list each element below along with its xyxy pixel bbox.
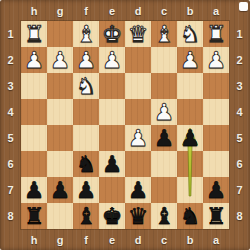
file-labels-top: hgfedcba bbox=[21, 0, 229, 21]
file-label-e: e bbox=[99, 229, 125, 250]
square-b7[interactable] bbox=[177, 177, 203, 203]
square-b4[interactable] bbox=[177, 99, 203, 125]
white-bishop-c1: ♝ bbox=[151, 21, 177, 47]
rank-label-8: 8 bbox=[0, 203, 21, 229]
white-pawn-a2: ♟ bbox=[203, 47, 229, 73]
file-label-g: g bbox=[47, 0, 73, 21]
rank-labels-left: 12345678 bbox=[0, 21, 21, 229]
square-e6[interactable]: ♟ bbox=[99, 151, 125, 177]
square-h1[interactable]: ♜ bbox=[21, 21, 47, 47]
file-labels-bottom: hgfedcba bbox=[21, 229, 229, 250]
square-a6[interactable] bbox=[203, 151, 229, 177]
square-f1[interactable]: ♝ bbox=[73, 21, 99, 47]
white-bishop-f1: ♝ bbox=[73, 21, 99, 47]
rank-label-2: 2 bbox=[229, 47, 250, 73]
square-d5[interactable]: ♟ bbox=[125, 125, 151, 151]
square-f7[interactable]: ♟ bbox=[73, 177, 99, 203]
white-king-e1: ♚ bbox=[99, 21, 125, 47]
square-b5[interactable]: ♟ bbox=[177, 125, 203, 151]
black-rook-h8: ♜ bbox=[21, 203, 47, 229]
white-knight-b1: ♞ bbox=[177, 21, 203, 47]
square-a5[interactable] bbox=[203, 125, 229, 151]
square-h2[interactable]: ♟ bbox=[21, 47, 47, 73]
square-g7[interactable]: ♟ bbox=[47, 177, 73, 203]
file-label-b: b bbox=[177, 0, 203, 21]
square-b1[interactable]: ♞ bbox=[177, 21, 203, 47]
square-e4[interactable] bbox=[99, 99, 125, 125]
square-g6[interactable] bbox=[47, 151, 73, 177]
black-knight-b8: ♞ bbox=[177, 203, 203, 229]
square-a7[interactable]: ♟ bbox=[203, 177, 229, 203]
square-a8[interactable]: ♜ bbox=[203, 203, 229, 229]
square-d3[interactable] bbox=[125, 73, 151, 99]
square-b6[interactable] bbox=[177, 151, 203, 177]
square-e7[interactable] bbox=[99, 177, 125, 203]
square-f3[interactable]: ♞ bbox=[73, 73, 99, 99]
square-d6[interactable] bbox=[125, 151, 151, 177]
square-g2[interactable]: ♟ bbox=[47, 47, 73, 73]
square-f6[interactable]: ♞ bbox=[73, 151, 99, 177]
rank-label-6: 6 bbox=[0, 151, 21, 177]
file-label-e: e bbox=[99, 0, 125, 21]
square-c2[interactable] bbox=[151, 47, 177, 73]
square-f5[interactable] bbox=[73, 125, 99, 151]
file-label-d: d bbox=[125, 229, 151, 250]
white-pawn-d5: ♟ bbox=[125, 125, 151, 151]
rank-label-1: 1 bbox=[229, 21, 250, 47]
square-b8[interactable]: ♞ bbox=[177, 203, 203, 229]
square-b2[interactable]: ♟ bbox=[177, 47, 203, 73]
square-d7[interactable]: ♟ bbox=[125, 177, 151, 203]
rank-label-6: 6 bbox=[229, 151, 250, 177]
square-c6[interactable] bbox=[151, 151, 177, 177]
square-c4[interactable]: ♟ bbox=[151, 99, 177, 125]
white-pawn-g2: ♟ bbox=[47, 47, 73, 73]
square-d1[interactable]: ♛ bbox=[125, 21, 151, 47]
file-label-a: a bbox=[203, 0, 229, 21]
square-g3[interactable] bbox=[47, 73, 73, 99]
black-knight-f6: ♞ bbox=[73, 151, 99, 177]
square-g1[interactable] bbox=[47, 21, 73, 47]
rank-label-3: 3 bbox=[229, 73, 250, 99]
square-f2[interactable]: ♟ bbox=[73, 47, 99, 73]
square-c7[interactable] bbox=[151, 177, 177, 203]
square-a2[interactable]: ♟ bbox=[203, 47, 229, 73]
square-h6[interactable] bbox=[21, 151, 47, 177]
black-bishop-f8: ♝ bbox=[73, 203, 99, 229]
square-e3[interactable] bbox=[99, 73, 125, 99]
rank-label-4: 4 bbox=[0, 99, 21, 125]
rank-label-7: 7 bbox=[0, 177, 21, 203]
file-label-f: f bbox=[73, 0, 99, 21]
chess-board: hgfedcba hgfedcba 12345678 12345678 ♜♝♚♛… bbox=[0, 0, 250, 250]
square-e8[interactable]: ♚ bbox=[99, 203, 125, 229]
black-pawn-c5: ♟ bbox=[151, 125, 177, 151]
square-h4[interactable] bbox=[21, 99, 47, 125]
white-queen-d1: ♛ bbox=[125, 21, 151, 47]
white-pawn-c4: ♟ bbox=[151, 99, 177, 125]
square-g4[interactable] bbox=[47, 99, 73, 125]
square-f4[interactable] bbox=[73, 99, 99, 125]
file-label-f: f bbox=[73, 229, 99, 250]
square-e2[interactable]: ♟ bbox=[99, 47, 125, 73]
white-pawn-e2: ♟ bbox=[99, 47, 125, 73]
square-f8[interactable]: ♝ bbox=[73, 203, 99, 229]
black-rook-a8: ♜ bbox=[203, 203, 229, 229]
side-to-move-icon bbox=[239, 2, 248, 11]
square-g5[interactable] bbox=[47, 125, 73, 151]
file-label-c: c bbox=[151, 229, 177, 250]
square-c8[interactable]: ♝ bbox=[151, 203, 177, 229]
rank-label-7: 7 bbox=[229, 177, 250, 203]
square-d2[interactable] bbox=[125, 47, 151, 73]
rank-labels-right: 12345678 bbox=[229, 21, 250, 229]
white-rook-a1: ♜ bbox=[203, 21, 229, 47]
white-knight-f3: ♞ bbox=[73, 73, 99, 99]
black-king-e8: ♚ bbox=[99, 203, 125, 229]
file-label-g: g bbox=[47, 229, 73, 250]
square-h5[interactable] bbox=[21, 125, 47, 151]
square-b3[interactable] bbox=[177, 73, 203, 99]
black-pawn-e6: ♟ bbox=[99, 151, 125, 177]
rank-label-2: 2 bbox=[0, 47, 21, 73]
black-pawn-g7: ♟ bbox=[47, 177, 73, 203]
rank-label-8: 8 bbox=[229, 203, 250, 229]
file-label-c: c bbox=[151, 0, 177, 21]
rank-label-4: 4 bbox=[229, 99, 250, 125]
square-a3[interactable] bbox=[203, 73, 229, 99]
rank-label-1: 1 bbox=[0, 21, 21, 47]
square-e5[interactable] bbox=[99, 125, 125, 151]
white-pawn-h2: ♟ bbox=[21, 47, 47, 73]
white-rook-h1: ♜ bbox=[21, 21, 47, 47]
square-g8[interactable] bbox=[47, 203, 73, 229]
square-d4[interactable] bbox=[125, 99, 151, 125]
black-pawn-b5: ♟ bbox=[177, 125, 203, 151]
square-h7[interactable]: ♟ bbox=[21, 177, 47, 203]
white-pawn-f2: ♟ bbox=[73, 47, 99, 73]
rank-label-3: 3 bbox=[0, 73, 21, 99]
black-pawn-h7: ♟ bbox=[21, 177, 47, 203]
file-label-h: h bbox=[21, 229, 47, 250]
square-c3[interactable] bbox=[151, 73, 177, 99]
file-label-h: h bbox=[21, 0, 47, 21]
black-pawn-a7: ♟ bbox=[203, 177, 229, 203]
black-bishop-c8: ♝ bbox=[151, 203, 177, 229]
file-label-a: a bbox=[203, 229, 229, 250]
square-c1[interactable]: ♝ bbox=[151, 21, 177, 47]
square-c5[interactable]: ♟ bbox=[151, 125, 177, 151]
file-label-b: b bbox=[177, 229, 203, 250]
black-pawn-d7: ♟ bbox=[125, 177, 151, 203]
rank-label-5: 5 bbox=[0, 125, 21, 151]
white-pawn-b2: ♟ bbox=[177, 47, 203, 73]
square-e1[interactable]: ♚ bbox=[99, 21, 125, 47]
black-queen-d8: ♛ bbox=[125, 203, 151, 229]
file-label-d: d bbox=[125, 0, 151, 21]
square-a4[interactable] bbox=[203, 99, 229, 125]
square-h3[interactable] bbox=[21, 73, 47, 99]
square-a1[interactable]: ♜ bbox=[203, 21, 229, 47]
rank-label-5: 5 bbox=[229, 125, 250, 151]
board-grid: ♜♝♚♛♝♞♜♟♟♟♟♟♟♞♟♟♟♟♞♟♟♟♟♟♟♜♝♚♛♝♞♜ bbox=[21, 21, 229, 229]
square-d8[interactable]: ♛ bbox=[125, 203, 151, 229]
black-pawn-f7: ♟ bbox=[73, 177, 99, 203]
square-h8[interactable]: ♜ bbox=[21, 203, 47, 229]
